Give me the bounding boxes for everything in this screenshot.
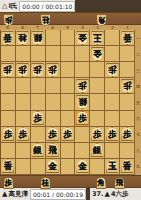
board-square-9七[interactable]: 歩 <box>1 127 16 143</box>
board-square-8三[interactable]: 歩 <box>16 62 31 78</box>
board-square-5八[interactable] <box>61 143 76 159</box>
shogi-piece-金[interactable]: 金 <box>46 159 59 173</box>
move-text: 4六歩 <box>111 190 129 199</box>
board-square-2九[interactable]: 玉 <box>105 159 120 175</box>
rank-labels: 一二三四五六七八九 <box>135 30 141 175</box>
board-square-4三[interactable] <box>75 62 90 78</box>
hand-piece-歩[interactable]: 歩 <box>3 177 14 189</box>
shogi-piece-桂[interactable]: 桂 <box>16 31 29 45</box>
sente-player-name: 高見澤 <box>8 190 28 199</box>
hand-piece-飛[interactable]: 飛 <box>114 177 125 189</box>
sente-clock: 00:01 / 00:00:19 <box>30 189 86 200</box>
shogi-piece-歩[interactable]: 歩 <box>76 79 89 93</box>
board-square-4八[interactable] <box>75 143 90 159</box>
shogi-piece-金[interactable]: 金 <box>91 47 104 61</box>
board-square-1二[interactable] <box>120 46 135 62</box>
board-square-9二[interactable] <box>1 46 16 62</box>
board-square-7七[interactable] <box>31 127 46 143</box>
shogi-piece-歩[interactable]: 歩 <box>1 63 14 77</box>
board-square-3六[interactable] <box>90 111 105 127</box>
board-square-2六[interactable] <box>105 111 120 127</box>
shogi-piece-歩[interactable]: 歩 <box>46 127 59 141</box>
shogi-piece-銀[interactable]: 銀 <box>91 143 104 157</box>
board-square-5二[interactable] <box>61 46 76 62</box>
board-square-4六[interactable]: 歩 <box>75 111 90 127</box>
board-square-5七[interactable]: 歩 <box>61 127 76 143</box>
board-square-7一[interactable]: 銀 <box>31 30 46 46</box>
shogi-piece-歩[interactable]: 歩 <box>46 63 59 77</box>
board-square-4七[interactable] <box>75 127 90 143</box>
board-square-5三[interactable] <box>61 62 76 78</box>
board-square-5一[interactable] <box>61 30 76 46</box>
shogi-piece-歩[interactable]: 歩 <box>106 63 119 77</box>
board-square-3九[interactable] <box>90 159 105 175</box>
shogi-piece-歩[interactable]: 歩 <box>31 63 44 77</box>
board-square-1四[interactable]: 歩 <box>120 78 135 94</box>
top-status-bar: △ I氏 00:00 / 00:01:10 <box>0 0 141 12</box>
board-square-7八[interactable]: 銀 <box>31 143 46 159</box>
board-square-6二[interactable] <box>46 46 61 62</box>
board-square-6三[interactable]: 歩 <box>46 62 61 78</box>
board-square-1六[interactable] <box>120 111 135 127</box>
board-square-6六[interactable] <box>46 111 61 127</box>
board-square-9八[interactable] <box>1 143 16 159</box>
board-square-5九[interactable] <box>61 159 76 175</box>
board-square-9九[interactable]: 香 <box>1 159 16 175</box>
shogi-piece-歩[interactable]: 歩 <box>16 63 29 77</box>
board-square-1一[interactable]: 香 <box>120 30 135 46</box>
board-square-4九[interactable]: 金 <box>75 159 90 175</box>
last-move-indicator[interactable]: 37. ▲ 4六歩 <box>90 188 130 200</box>
board-square-7五[interactable] <box>31 94 46 110</box>
board-square-7四[interactable] <box>31 78 46 94</box>
board-square-3四[interactable] <box>90 78 105 94</box>
move-side-icon: ▲ <box>104 190 109 198</box>
board-square-2一[interactable] <box>105 30 120 46</box>
gote-player-name: I氏 <box>8 2 17 11</box>
board-square-2二[interactable] <box>105 46 120 62</box>
board-square-9四[interactable] <box>1 78 16 94</box>
bottom-status-bar: ▲ 高見澤 00:01 / 00:00:19 37. ▲ 4六歩 <box>0 188 141 200</box>
shogi-piece-歩[interactable]: 歩 <box>91 127 104 141</box>
shogi-board[interactable]: 香桂銀金王香金歩歩歩歩歩歩歩銀歩歩歩歩歩歩歩歩歩銀飛銀香金金玉香 <box>0 30 135 175</box>
rank-label: 五 <box>135 94 141 110</box>
shogi-piece-香[interactable]: 香 <box>121 159 134 173</box>
shogi-piece-銀[interactable]: 銀 <box>31 143 44 157</box>
board-square-3三[interactable] <box>90 62 105 78</box>
shogi-piece-歩[interactable]: 歩 <box>61 127 74 141</box>
board-square-2七[interactable]: 歩 <box>105 127 120 143</box>
board-square-8五[interactable] <box>16 94 31 110</box>
board-square-8一[interactable]: 桂 <box>16 30 31 46</box>
board-square-8四[interactable] <box>16 78 31 94</box>
board-square-9三[interactable]: 歩 <box>1 62 16 78</box>
sente-side-icon: ▲ <box>2 190 7 198</box>
board-square-2四[interactable] <box>105 78 120 94</box>
gote-side-icon: △ <box>2 2 7 10</box>
board-square-8九[interactable] <box>16 159 31 175</box>
board-square-2五[interactable] <box>105 94 120 110</box>
shogi-piece-玉[interactable]: 玉 <box>106 159 119 173</box>
board-square-1八[interactable] <box>120 143 135 159</box>
board-square-2三[interactable]: 歩 <box>105 62 120 78</box>
shogi-piece-香[interactable]: 香 <box>1 159 14 173</box>
board-square-6八[interactable]: 飛 <box>46 143 61 159</box>
hand-piece-桂[interactable]: 桂 <box>40 14 51 26</box>
shogi-piece-歩[interactable]: 歩 <box>121 79 134 93</box>
board-square-8八[interactable] <box>16 143 31 159</box>
board-square-5六[interactable] <box>61 111 76 127</box>
shogi-piece-金[interactable]: 金 <box>76 159 89 173</box>
rank-label: 七 <box>135 127 141 143</box>
board-square-6四[interactable] <box>46 78 61 94</box>
rank-label: 九 <box>135 159 141 175</box>
shogi-piece-歩[interactable]: 歩 <box>1 127 14 141</box>
rank-label: 四 <box>135 78 141 94</box>
board-square-1七[interactable]: 歩 <box>120 127 135 143</box>
board-square-3一[interactable]: 王 <box>90 30 105 46</box>
shogi-piece-飛[interactable]: 飛 <box>46 143 59 157</box>
board-square-9六[interactable] <box>1 111 16 127</box>
board-square-1三[interactable] <box>120 62 135 78</box>
move-number: 37. <box>92 190 104 198</box>
board-square-5四[interactable] <box>61 78 76 94</box>
board-square-7二[interactable] <box>31 46 46 62</box>
board-square-8六[interactable] <box>16 111 31 127</box>
shogi-piece-歩[interactable]: 歩 <box>76 111 89 125</box>
shogi-piece-銀[interactable]: 銀 <box>76 95 89 109</box>
top-bar-filler <box>75 0 141 12</box>
board-square-8二[interactable] <box>16 46 31 62</box>
shogi-piece-歩[interactable]: 歩 <box>31 111 44 125</box>
board-square-3七[interactable]: 歩 <box>90 127 105 143</box>
shogi-piece-銀[interactable]: 銀 <box>31 31 44 45</box>
gote-clock: 00:00 / 00:01:10 <box>19 1 75 12</box>
rank-label: 一 <box>135 30 141 46</box>
board-square-9一[interactable]: 香 <box>1 30 16 46</box>
shogi-piece-歩[interactable]: 歩 <box>16 127 29 141</box>
board-square-7九[interactable] <box>31 159 46 175</box>
board-square-4二[interactable] <box>75 46 90 62</box>
board-square-7六[interactable]: 歩 <box>31 111 46 127</box>
rank-label: 二 <box>135 46 141 62</box>
shogi-piece-香[interactable]: 香 <box>121 31 134 45</box>
board-square-3五[interactable] <box>90 94 105 110</box>
shogi-piece-歩[interactable]: 歩 <box>121 127 134 141</box>
board-square-4一[interactable]: 金 <box>75 30 90 46</box>
board-square-4五[interactable]: 銀 <box>75 94 90 110</box>
board-square-6七[interactable]: 歩 <box>46 127 61 143</box>
rank-label: 三 <box>135 62 141 78</box>
board-square-3二[interactable]: 金 <box>90 46 105 62</box>
board-square-7三[interactable]: 歩 <box>31 62 46 78</box>
board-square-8七[interactable]: 歩 <box>16 127 31 143</box>
shogi-piece-金[interactable]: 金 <box>76 31 89 45</box>
board-square-5五[interactable] <box>61 94 76 110</box>
board-square-9五[interactable] <box>1 94 16 110</box>
hand-piece-桂[interactable]: 桂 <box>40 177 51 189</box>
gote-hand-tray[interactable]: 歩桂角 <box>0 12 141 25</box>
hand-piece-歩[interactable]: 歩 <box>3 14 14 26</box>
shogi-piece-歩[interactable]: 歩 <box>106 127 119 141</box>
hand-piece-角[interactable]: 角 <box>96 14 107 26</box>
board-square-6五[interactable] <box>46 94 61 110</box>
shogi-piece-王[interactable]: 王 <box>91 31 104 45</box>
sente-hand-tray[interactable]: 歩桂角飛 <box>0 175 141 188</box>
rank-label: 八 <box>135 143 141 159</box>
hand-piece-角[interactable]: 角 <box>96 177 107 189</box>
rank-label: 六 <box>135 111 141 127</box>
board-square-1九[interactable]: 香 <box>120 159 135 175</box>
board-square-6一[interactable] <box>46 30 61 46</box>
board-square-3八[interactable]: 銀 <box>90 143 105 159</box>
board-square-1五[interactable] <box>120 94 135 110</box>
shogi-piece-香[interactable]: 香 <box>1 31 14 45</box>
board-square-6九[interactable]: 金 <box>46 159 61 175</box>
board-square-4四[interactable]: 歩 <box>75 78 90 94</box>
board-area: 香桂銀金王香金歩歩歩歩歩歩歩銀歩歩歩歩歩歩歩歩歩銀飛銀香金金玉香 一二三四五六七… <box>0 30 141 175</box>
board-square-2八[interactable] <box>105 143 120 159</box>
